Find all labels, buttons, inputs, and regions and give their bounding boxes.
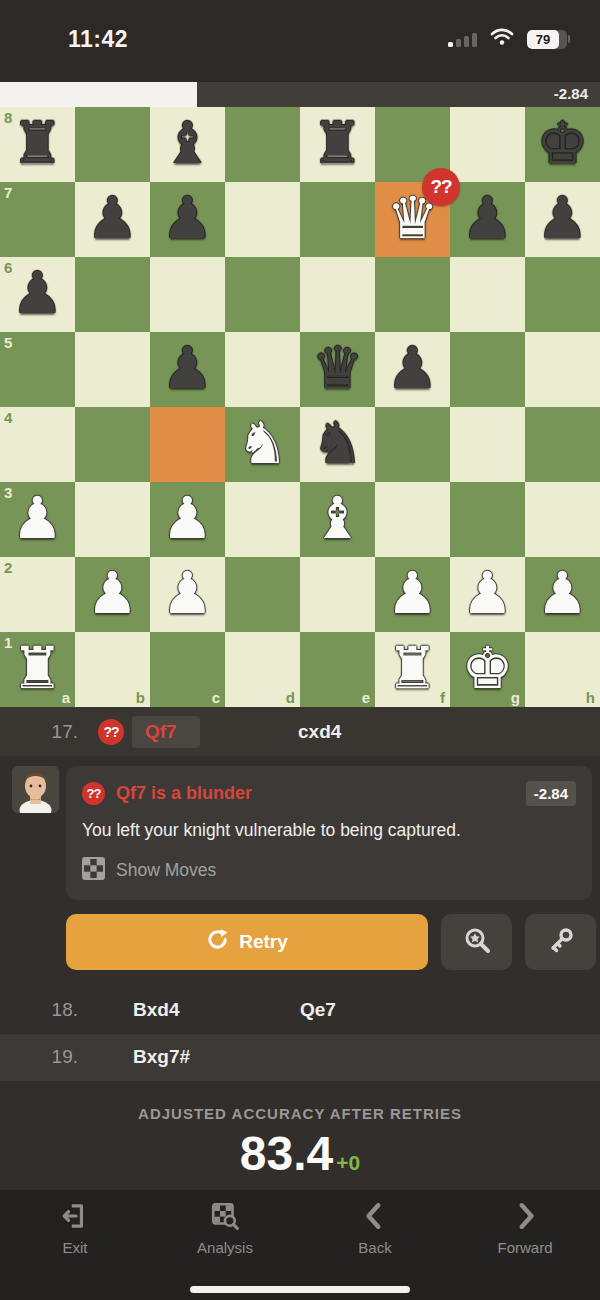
piece-bB-c8: ♝ xyxy=(150,107,225,182)
coach-avatar xyxy=(12,766,59,813)
square-e1[interactable]: e xyxy=(300,632,375,707)
checkerboard-icon xyxy=(82,857,105,884)
square-c2[interactable]: ♟ xyxy=(150,557,225,632)
battery-icon: 79 xyxy=(527,30,570,49)
piece-bR-a8: ♜ xyxy=(0,107,75,182)
piece-wR-a1: ♜ xyxy=(0,632,75,707)
square-b5[interactable] xyxy=(75,332,150,407)
square-d1[interactable]: d xyxy=(225,632,300,707)
piece-wB-e3: ♝ xyxy=(300,482,375,557)
square-h4[interactable] xyxy=(525,407,600,482)
square-d5[interactable] xyxy=(225,332,300,407)
square-f5[interactable]: ♟ xyxy=(375,332,450,407)
piece-wP-c3: ♟ xyxy=(150,482,225,557)
move-number: 18. xyxy=(0,999,78,1021)
square-h2[interactable]: ♟ xyxy=(525,557,600,632)
square-a3[interactable]: 3♟ xyxy=(0,482,75,557)
coord-rank-7: 7 xyxy=(4,184,12,201)
square-e5[interactable]: ♛ xyxy=(300,332,375,407)
show-moves-label: Show Moves xyxy=(116,860,216,881)
square-e4[interactable]: ♞ xyxy=(300,407,375,482)
square-f3[interactable] xyxy=(375,482,450,557)
square-h8[interactable]: ♚ xyxy=(525,107,600,182)
square-a7[interactable]: 7 xyxy=(0,182,75,257)
analysis-search-button[interactable] xyxy=(441,914,512,970)
square-a8[interactable]: 8♜ xyxy=(0,107,75,182)
piece-wR-f1: ♜ xyxy=(375,632,450,707)
square-b7[interactable]: ♟ xyxy=(75,182,150,257)
piece-bR-e8: ♜ xyxy=(300,107,375,182)
square-f4[interactable] xyxy=(375,407,450,482)
magnifier-star-icon xyxy=(462,925,492,958)
chevron-left-icon xyxy=(360,1199,390,1233)
evaluation-bar: -2.84 xyxy=(0,82,600,107)
square-g1[interactable]: g♚ xyxy=(450,632,525,707)
blunder-badge-on-board: ?? xyxy=(422,168,460,206)
piece-bP-g7: ♟ xyxy=(450,182,525,257)
piece-wP-g2: ♟ xyxy=(450,557,525,632)
coord-file-b: b xyxy=(136,689,145,706)
key-moment-button[interactable] xyxy=(525,914,596,970)
square-f2[interactable]: ♟ xyxy=(375,557,450,632)
square-g2[interactable]: ♟ xyxy=(450,557,525,632)
analysis-board-icon xyxy=(210,1199,240,1233)
move-black[interactable]: Qe7 xyxy=(300,999,336,1021)
square-c1[interactable]: c xyxy=(150,632,225,707)
key-icon xyxy=(547,926,575,957)
eval-score: -2.84 xyxy=(554,85,588,102)
square-a4[interactable]: 4 xyxy=(0,407,75,482)
square-d3[interactable] xyxy=(225,482,300,557)
selected-move-white[interactable]: Qf7 xyxy=(132,716,200,748)
square-h7[interactable]: ♟ xyxy=(525,182,600,257)
piece-wN-d4: ♞ xyxy=(225,407,300,482)
nav-forward[interactable]: Forward xyxy=(450,1199,600,1300)
piece-bP-b7: ♟ xyxy=(75,182,150,257)
square-c6[interactable] xyxy=(150,257,225,332)
square-h1[interactable]: h xyxy=(525,632,600,707)
square-g4[interactable] xyxy=(450,407,525,482)
current-move-row: 17. ?? Qf7 cxd4 xyxy=(0,707,600,756)
piece-wP-c2: ♟ xyxy=(150,557,225,632)
square-a1[interactable]: 1a♜ xyxy=(0,632,75,707)
square-g8[interactable] xyxy=(450,107,525,182)
accuracy-label: ADJUSTED ACCURACY AFTER RETRIES xyxy=(0,1105,600,1122)
square-g6[interactable] xyxy=(450,257,525,332)
square-c3[interactable]: ♟ xyxy=(150,482,225,557)
battery-percent: 79 xyxy=(527,30,559,49)
blunder-description: You left your knight vulnerable to being… xyxy=(82,819,576,843)
coord-rank-4: 4 xyxy=(4,409,12,426)
piece-bN-e4: ♞ xyxy=(300,407,375,482)
coord-rank-5: 5 xyxy=(4,334,12,351)
move-number: 19. xyxy=(0,1046,78,1068)
blunder-headline: Qf7 is a blunder xyxy=(116,783,252,804)
square-b4[interactable] xyxy=(75,407,150,482)
nav-back[interactable]: Back xyxy=(300,1199,450,1300)
bottom-nav: Exit Analysis Back xyxy=(0,1190,600,1300)
square-h3[interactable] xyxy=(525,482,600,557)
piece-bP-f5: ♟ xyxy=(375,332,450,407)
square-c8[interactable]: ♝ xyxy=(150,107,225,182)
coord-file-c: c xyxy=(212,689,220,706)
coord-rank-2: 2 xyxy=(4,559,12,576)
move-row-18: 18. Bxd4 Qe7 xyxy=(0,987,600,1034)
cellular-signal-icon xyxy=(448,31,477,47)
coach-comment-card: ?? Qf7 is a blunder -2.84 You left your … xyxy=(66,766,592,900)
move-number: 17. xyxy=(0,721,78,743)
piece-wP-b2: ♟ xyxy=(75,557,150,632)
piece-bQ-e5: ♛ xyxy=(300,332,375,407)
piece-bP-c5: ♟ xyxy=(150,332,225,407)
square-g3[interactable] xyxy=(450,482,525,557)
square-b3[interactable] xyxy=(75,482,150,557)
home-indicator[interactable] xyxy=(190,1286,410,1293)
piece-bP-c7: ♟ xyxy=(150,182,225,257)
accuracy-section: ADJUSTED ACCURACY AFTER RETRIES 83.4 +0 xyxy=(0,1105,600,1178)
square-c4[interactable] xyxy=(150,407,225,482)
square-f7[interactable]: ♛?? xyxy=(375,182,450,257)
move-row-19: 19. Bxg7# xyxy=(0,1034,600,1081)
square-g5[interactable] xyxy=(450,332,525,407)
app-screen: 11:42 79 -2.84 8♜♝♜♚7♟♟♛??♟♟6♟5♟♛♟4♞♞3♟♟… xyxy=(0,0,600,1300)
square-d8[interactable] xyxy=(225,107,300,182)
retry-refresh-icon xyxy=(206,928,229,956)
move-black[interactable]: cxd4 xyxy=(298,721,341,743)
piece-wK-g1: ♚ xyxy=(450,632,525,707)
eval-chip: -2.84 xyxy=(526,781,576,806)
eval-bar-white xyxy=(0,82,197,107)
retry-label: Retry xyxy=(239,931,288,953)
square-h5[interactable] xyxy=(525,332,600,407)
piece-wP-h2: ♟ xyxy=(525,557,600,632)
move-white[interactable]: Bxg7# xyxy=(133,1046,300,1068)
clock-time: 11:42 xyxy=(68,26,128,53)
nav-label: Back xyxy=(358,1239,391,1256)
square-e2[interactable] xyxy=(300,557,375,632)
chess-board[interactable]: 8♜♝♜♚7♟♟♛??♟♟6♟5♟♛♟4♞♞3♟♟♝2♟♟♟♟♟1a♜bcdef… xyxy=(0,107,600,707)
coord-file-d: d xyxy=(286,689,295,706)
nav-label: Exit xyxy=(62,1239,87,1256)
square-c7[interactable]: ♟ xyxy=(150,182,225,257)
square-b1[interactable]: b xyxy=(75,632,150,707)
square-e6[interactable] xyxy=(300,257,375,332)
coord-file-e: e xyxy=(362,689,370,706)
wifi-icon xyxy=(490,28,514,50)
square-b6[interactable] xyxy=(75,257,150,332)
blunder-badge-icon: ?? xyxy=(82,782,105,805)
exit-door-icon xyxy=(60,1199,90,1233)
nav-exit[interactable]: Exit xyxy=(0,1199,150,1300)
square-b2[interactable]: ♟ xyxy=(75,557,150,632)
square-h6[interactable] xyxy=(525,257,600,332)
square-e8[interactable]: ♜ xyxy=(300,107,375,182)
square-d4[interactable]: ♞ xyxy=(225,407,300,482)
piece-bP-a6: ♟ xyxy=(0,257,75,332)
square-f1[interactable]: f♜ xyxy=(375,632,450,707)
square-a2[interactable]: 2 xyxy=(0,557,75,632)
accuracy-delta: +0 xyxy=(336,1151,360,1175)
show-moves-button[interactable]: Show Moves xyxy=(82,857,576,884)
square-b8[interactable] xyxy=(75,107,150,182)
square-a5[interactable]: 5 xyxy=(0,332,75,407)
chevron-right-icon xyxy=(510,1199,540,1233)
blunder-badge-icon: ?? xyxy=(98,719,124,745)
nav-analysis[interactable]: Analysis xyxy=(150,1199,300,1300)
coord-file-h: h xyxy=(586,689,595,706)
square-d2[interactable] xyxy=(225,557,300,632)
piece-bP-h7: ♟ xyxy=(525,182,600,257)
status-bar: 11:42 79 xyxy=(0,0,600,82)
square-d7[interactable] xyxy=(225,182,300,257)
square-a6[interactable]: 6♟ xyxy=(0,257,75,332)
retry-button[interactable]: Retry xyxy=(66,914,428,970)
piece-bK-h8: ♚ xyxy=(525,107,600,182)
accuracy-value: 83.4 xyxy=(240,1130,333,1178)
square-e3[interactable]: ♝ xyxy=(300,482,375,557)
move-white[interactable]: Bxd4 xyxy=(133,999,300,1021)
square-g7[interactable]: ♟ xyxy=(450,182,525,257)
nav-label: Analysis xyxy=(197,1239,253,1256)
square-e7[interactable] xyxy=(300,182,375,257)
square-d6[interactable] xyxy=(225,257,300,332)
square-c5[interactable]: ♟ xyxy=(150,332,225,407)
square-f6[interactable] xyxy=(375,257,450,332)
nav-label: Forward xyxy=(497,1239,552,1256)
piece-wP-f2: ♟ xyxy=(375,557,450,632)
piece-wP-a3: ♟ xyxy=(0,482,75,557)
